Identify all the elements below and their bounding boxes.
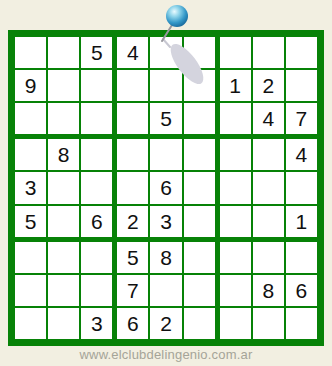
cell-r2c9[interactable] <box>286 70 317 101</box>
cell-r8c9[interactable]: 6 <box>286 275 317 306</box>
cell-r1c9[interactable] <box>286 37 317 68</box>
cell-r8c6[interactable] <box>184 275 215 306</box>
box-2-2: 86 <box>220 242 317 339</box>
cell-r6c3[interactable]: 6 <box>81 206 112 237</box>
cell-r1c2[interactable] <box>48 37 79 68</box>
cell-r7c8[interactable] <box>253 242 284 273</box>
box-1-2: 41 <box>220 139 317 236</box>
cell-r5c5[interactable]: 6 <box>150 172 181 203</box>
box-0-0: 59 <box>15 37 112 134</box>
cell-r3c5[interactable]: 5 <box>150 103 181 134</box>
cell-r9c6[interactable] <box>184 308 215 339</box>
cell-r7c2[interactable] <box>48 242 79 273</box>
cell-r6c4[interactable]: 2 <box>117 206 148 237</box>
cell-r2c1[interactable]: 9 <box>15 70 46 101</box>
box-2-0: 3 <box>15 242 112 339</box>
cell-r7c3[interactable] <box>81 242 112 273</box>
cell-r2c3[interactable] <box>81 70 112 101</box>
cell-r6c7[interactable] <box>220 206 251 237</box>
cell-r3c9[interactable]: 7 <box>286 103 317 134</box>
cell-r1c1[interactable] <box>15 37 46 68</box>
cell-r2c4[interactable] <box>117 70 148 101</box>
cell-r6c8[interactable] <box>253 206 284 237</box>
cell-r1c7[interactable] <box>220 37 251 68</box>
cell-r9c3[interactable]: 3 <box>81 308 112 339</box>
cell-r7c1[interactable] <box>15 242 46 273</box>
cell-r3c7[interactable] <box>220 103 251 134</box>
box-0-1: 45 <box>117 37 214 134</box>
cell-r2c6[interactable] <box>184 70 215 101</box>
cell-r4c2[interactable]: 8 <box>48 139 79 170</box>
cell-r1c3[interactable]: 5 <box>81 37 112 68</box>
cell-r8c1[interactable] <box>15 275 46 306</box>
cell-r9c5[interactable]: 2 <box>150 308 181 339</box>
cell-r9c2[interactable] <box>48 308 79 339</box>
cell-r1c4[interactable]: 4 <box>117 37 148 68</box>
cell-r4c5[interactable] <box>150 139 181 170</box>
cell-r2c5[interactable] <box>150 70 181 101</box>
box-1-1: 623 <box>117 139 214 236</box>
cell-r6c9[interactable]: 1 <box>286 206 317 237</box>
cell-r7c9[interactable] <box>286 242 317 273</box>
cell-r7c4[interactable]: 5 <box>117 242 148 273</box>
box-0-2: 1247 <box>220 37 317 134</box>
cell-r4c9[interactable]: 4 <box>286 139 317 170</box>
box-1-0: 8356 <box>15 139 112 236</box>
cell-r6c6[interactable] <box>184 206 215 237</box>
cell-r2c7[interactable]: 1 <box>220 70 251 101</box>
cell-r4c7[interactable] <box>220 139 251 170</box>
cell-r4c8[interactable] <box>253 139 284 170</box>
cell-r6c2[interactable] <box>48 206 79 237</box>
cell-r8c7[interactable] <box>220 275 251 306</box>
cell-r5c1[interactable]: 3 <box>15 172 46 203</box>
cell-r9c1[interactable] <box>15 308 46 339</box>
cell-r7c5[interactable]: 8 <box>150 242 181 273</box>
cell-r2c8[interactable]: 2 <box>253 70 284 101</box>
cell-r3c4[interactable] <box>117 103 148 134</box>
cell-r8c8[interactable]: 8 <box>253 275 284 306</box>
cell-r9c7[interactable] <box>220 308 251 339</box>
cell-r3c3[interactable] <box>81 103 112 134</box>
cell-r1c5[interactable] <box>150 37 181 68</box>
box-2-1: 58762 <box>117 242 214 339</box>
cell-r2c2[interactable] <box>48 70 79 101</box>
cell-r4c3[interactable] <box>81 139 112 170</box>
cell-r4c4[interactable] <box>117 139 148 170</box>
cell-r8c4[interactable]: 7 <box>117 275 148 306</box>
cell-r8c3[interactable] <box>81 275 112 306</box>
cell-r4c1[interactable] <box>15 139 46 170</box>
sudoku-board: 5945124783566234135876286 <box>8 30 324 346</box>
cell-r5c7[interactable] <box>220 172 251 203</box>
cell-r3c8[interactable]: 4 <box>253 103 284 134</box>
cell-r7c7[interactable] <box>220 242 251 273</box>
cell-r8c5[interactable] <box>150 275 181 306</box>
cell-r5c2[interactable] <box>48 172 79 203</box>
cell-r6c5[interactable]: 3 <box>150 206 181 237</box>
cell-r8c2[interactable] <box>48 275 79 306</box>
cell-r5c6[interactable] <box>184 172 215 203</box>
cell-r9c4[interactable]: 6 <box>117 308 148 339</box>
watermark-text: www.elclubdelingenio.com.ar <box>0 347 332 362</box>
cell-r3c2[interactable] <box>48 103 79 134</box>
cell-r6c1[interactable]: 5 <box>15 206 46 237</box>
cell-r9c8[interactable] <box>253 308 284 339</box>
cell-r3c6[interactable] <box>184 103 215 134</box>
cell-r1c6[interactable] <box>184 37 215 68</box>
cell-r5c3[interactable] <box>81 172 112 203</box>
cell-r5c8[interactable] <box>253 172 284 203</box>
cell-r7c6[interactable] <box>184 242 215 273</box>
pin-head <box>166 5 188 27</box>
cell-r9c9[interactable] <box>286 308 317 339</box>
cell-r1c8[interactable] <box>253 37 284 68</box>
cell-r5c9[interactable] <box>286 172 317 203</box>
cell-r5c4[interactable] <box>117 172 148 203</box>
cell-r4c6[interactable] <box>184 139 215 170</box>
cell-r3c1[interactable] <box>15 103 46 134</box>
